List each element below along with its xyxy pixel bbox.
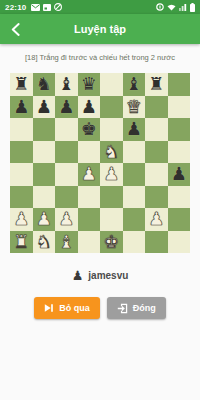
black-pawn: ♟	[126, 118, 142, 141]
black-knight: ♞	[36, 73, 52, 96]
square-d8[interactable]: ♛	[78, 73, 101, 96]
white-pawn: ♟	[13, 208, 29, 231]
square-e4[interactable]: ♟	[100, 163, 123, 186]
battery-icon	[190, 3, 195, 12]
puzzle-instruction: [18] Trắng đi trước và chiếu hết trong 2…	[0, 53, 200, 62]
square-c5[interactable]	[55, 141, 78, 164]
skip-button-label: Bỏ qua	[59, 303, 90, 313]
square-d1[interactable]	[78, 231, 101, 254]
white-pawn: ♟	[36, 208, 52, 231]
square-a6[interactable]	[10, 118, 33, 141]
close-button[interactable]: Đóng	[107, 297, 166, 319]
black-pawn: ♟	[171, 163, 187, 186]
square-g4[interactable]	[145, 163, 168, 186]
square-h4[interactable]: ♟	[168, 163, 191, 186]
page-title: Luyện tập	[74, 23, 126, 35]
white-king: ♚	[103, 231, 119, 254]
status-bar: 22:10	[0, 0, 200, 14]
square-b7[interactable]: ♟	[33, 96, 56, 119]
square-c2[interactable]: ♟	[55, 208, 78, 231]
square-c3[interactable]	[55, 186, 78, 209]
square-g3[interactable]	[145, 186, 168, 209]
back-arrow-icon	[11, 23, 20, 36]
square-e6[interactable]	[100, 118, 123, 141]
black-pawn: ♟	[36, 96, 52, 119]
square-f2[interactable]	[123, 208, 146, 231]
square-e2[interactable]	[100, 208, 123, 231]
clock-time: 22:10	[5, 3, 26, 12]
black-pawn: ♟	[58, 96, 74, 119]
square-f7[interactable]: ♛	[123, 96, 146, 119]
black-rook: ♜	[148, 73, 164, 96]
square-g2[interactable]: ♟	[145, 208, 168, 231]
square-f4[interactable]	[123, 163, 146, 186]
square-a1[interactable]: ♜	[10, 231, 33, 254]
data-saver-icon	[156, 3, 164, 11]
square-e5[interactable]: ♞	[100, 141, 123, 164]
black-bishop: ♝	[58, 73, 74, 96]
square-a5[interactable]	[10, 141, 33, 164]
back-button[interactable]	[6, 14, 24, 44]
square-b6[interactable]	[33, 118, 56, 141]
square-b3[interactable]	[33, 186, 56, 209]
square-f3[interactable]	[123, 186, 146, 209]
white-bishop: ♝	[58, 231, 74, 254]
chess-board: ♜♞♝♛♝♜♟♟♟♟♛♚♟♞♟♟♟♟♟♟♟♜♞♝♚	[10, 73, 190, 253]
square-f8[interactable]: ♝	[123, 73, 146, 96]
square-a7[interactable]: ♟	[10, 96, 33, 119]
square-b8[interactable]: ♞	[33, 73, 56, 96]
exit-icon	[117, 303, 128, 314]
square-f1[interactable]	[123, 231, 146, 254]
black-pawn: ♟	[13, 96, 29, 119]
white-knight: ♞	[36, 231, 52, 254]
player-name: jamesvu	[88, 270, 128, 281]
square-e8[interactable]	[100, 73, 123, 96]
square-g5[interactable]	[145, 141, 168, 164]
black-king: ♚	[81, 118, 97, 141]
square-h3[interactable]	[168, 186, 191, 209]
square-e7[interactable]	[100, 96, 123, 119]
signal-icon	[179, 3, 187, 11]
black-rook: ♜	[13, 73, 29, 96]
square-c6[interactable]	[55, 118, 78, 141]
square-a4[interactable]	[10, 163, 33, 186]
skip-next-icon	[44, 303, 54, 313]
square-d7[interactable]: ♟	[78, 96, 101, 119]
app-bar: Luyện tập	[0, 14, 200, 44]
square-h1[interactable]	[168, 231, 191, 254]
square-c8[interactable]: ♝	[55, 73, 78, 96]
square-f6[interactable]: ♟	[123, 118, 146, 141]
square-b1[interactable]: ♞	[33, 231, 56, 254]
square-d3[interactable]	[78, 186, 101, 209]
square-d4[interactable]: ♟	[78, 163, 101, 186]
square-a2[interactable]: ♟	[10, 208, 33, 231]
white-pawn: ♟	[58, 208, 74, 231]
square-g7[interactable]	[145, 96, 168, 119]
black-queen: ♛	[81, 73, 97, 96]
square-h5[interactable]	[168, 141, 191, 164]
square-a3[interactable]	[10, 186, 33, 209]
square-c1[interactable]: ♝	[55, 231, 78, 254]
action-buttons: Bỏ qua Đóng	[0, 297, 200, 319]
screenshot-icon	[43, 4, 51, 11]
white-pawn: ♟	[81, 163, 97, 186]
mail-icon	[31, 4, 40, 11]
square-e3[interactable]	[100, 186, 123, 209]
skip-button[interactable]: Bỏ qua	[34, 297, 100, 319]
do-not-disturb-icon	[54, 3, 62, 11]
square-g8[interactable]: ♜	[145, 73, 168, 96]
white-pawn: ♟	[148, 208, 164, 231]
black-bishop: ♝	[126, 73, 142, 96]
white-pawn: ♟	[103, 163, 119, 186]
close-button-label: Đóng	[133, 303, 156, 313]
square-h2[interactable]	[168, 208, 191, 231]
square-e1[interactable]: ♚	[100, 231, 123, 254]
square-h8[interactable]	[168, 73, 191, 96]
square-c7[interactable]: ♟	[55, 96, 78, 119]
square-d6[interactable]: ♚	[78, 118, 101, 141]
square-a8[interactable]: ♜	[10, 73, 33, 96]
square-d5[interactable]	[78, 141, 101, 164]
pawn-icon: ♟	[72, 269, 84, 282]
square-f5[interactable]	[123, 141, 146, 164]
white-rook: ♜	[13, 231, 29, 254]
square-g6[interactable]	[145, 118, 168, 141]
square-b5[interactable]	[33, 141, 56, 164]
square-b2[interactable]: ♟	[33, 208, 56, 231]
square-d2[interactable]	[78, 208, 101, 231]
white-queen: ♛	[126, 96, 142, 119]
square-g1[interactable]	[145, 231, 168, 254]
square-b4[interactable]	[33, 163, 56, 186]
player-row: ♟ jamesvu	[0, 269, 200, 282]
square-c4[interactable]	[55, 163, 78, 186]
white-knight: ♞	[103, 141, 119, 164]
square-h7[interactable]	[168, 96, 191, 119]
square-h6[interactable]	[168, 118, 191, 141]
black-pawn: ♟	[81, 96, 97, 119]
wifi-icon	[167, 4, 176, 11]
